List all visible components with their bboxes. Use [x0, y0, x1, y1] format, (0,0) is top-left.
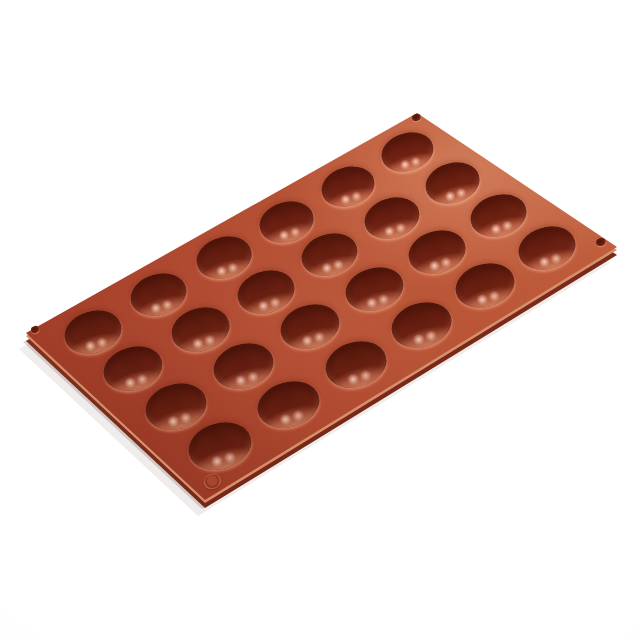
hemisphere-cavity-r3-c3 [275, 298, 345, 356]
hemisphere-cavity-r2-c3 [232, 264, 299, 320]
right-corner-hole [595, 237, 607, 248]
hemisphere-cavity-r3-c2 [208, 337, 279, 396]
hemisphere-cavity-r4-c1 [183, 415, 258, 477]
hemisphere-cavity-r3-c5 [404, 224, 471, 280]
bottom-corner-hole [202, 472, 222, 490]
hemisphere-cavity-r2-c4 [297, 227, 363, 282]
hemisphere-cavity-r3-c1 [140, 376, 212, 436]
hemisphere-cavity-r3-c4 [340, 260, 408, 317]
cavity-layer [0, 0, 640, 640]
hemisphere-cavity-r2-c6 [421, 157, 485, 210]
hemisphere-cavity-r3-c6 [466, 188, 532, 243]
hemisphere-cavity-r1-c4 [255, 195, 319, 249]
hemisphere-cavity-r4-c3 [320, 334, 392, 394]
hemisphere-cavity-r4-c6 [513, 220, 581, 277]
hemisphere-cavity-r1-c6 [377, 127, 439, 179]
hemisphere-cavity-r4-c2 [252, 374, 325, 435]
left-corner-hole [30, 325, 39, 333]
product-photo [0, 0, 640, 640]
hemisphere-cavity-r1-c5 [317, 161, 380, 214]
hemisphere-cavity-r2-c5 [359, 191, 424, 245]
hemisphere-cavity-r1-c3 [191, 230, 256, 285]
top-corner-hole [411, 112, 422, 122]
hemisphere-cavity-r4-c4 [386, 295, 456, 354]
hemisphere-cavity-r4-c5 [450, 257, 519, 315]
